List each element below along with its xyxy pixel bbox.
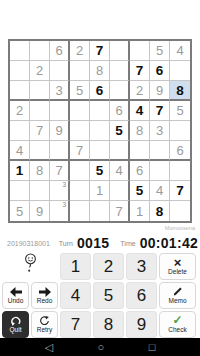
memo-pencil-icon — [172, 286, 183, 297]
cell-r4c2[interactable] — [30, 101, 50, 121]
cell-r2c4[interactable] — [70, 61, 90, 81]
quit-label: Quit — [10, 327, 22, 334]
cell-r3c8[interactable]: 9 — [150, 81, 170, 101]
cell-r1c8[interactable]: 5 — [150, 41, 170, 61]
cell-r7c7[interactable]: 6 — [130, 161, 150, 181]
cell-r5c1[interactable] — [10, 121, 30, 141]
cell-r8c1[interactable] — [10, 181, 30, 201]
quit-return-arrow-icon — [10, 316, 21, 326]
time-label: Time — [120, 240, 135, 247]
cell-r5c4[interactable] — [70, 121, 90, 141]
cell-r5c7[interactable]: 8 — [130, 121, 150, 141]
cell-r2c1[interactable] — [10, 61, 30, 81]
retry-button[interactable]: Retry — [31, 311, 58, 338]
cell-r8c5[interactable]: 1 — [90, 181, 110, 201]
time-value: 00:01:42 — [140, 235, 198, 251]
cell-r9c9[interactable] — [170, 201, 190, 221]
cell-r3c1[interactable] — [10, 81, 30, 101]
turn-value: 0015 — [77, 235, 109, 251]
undo-label: Undo — [8, 298, 24, 305]
cell-r9c1[interactable]: 5 — [10, 201, 30, 221]
cell-r7c5[interactable]: 5 — [90, 161, 110, 181]
cell-r6c5[interactable] — [90, 141, 110, 161]
cell-r8c2[interactable] — [30, 181, 50, 201]
cell-r2c3[interactable] — [50, 61, 70, 81]
digit-2-button[interactable]: 2 — [93, 253, 124, 280]
retry-refresh-icon — [39, 316, 50, 326]
cell-r1c5[interactable]: 7 — [90, 41, 110, 61]
cell-r4c8[interactable]: 7 — [150, 101, 170, 121]
watermark-text: Momoosena — [165, 225, 195, 231]
cell-r7c1[interactable]: 1 — [10, 161, 30, 181]
redo-button[interactable]: Redo — [31, 282, 58, 309]
hint-button[interactable] — [2, 253, 58, 280]
cell-r2c6[interactable] — [110, 61, 130, 81]
cell-r7c6[interactable]: 4 — [110, 161, 130, 181]
digit-1-button[interactable]: 1 — [60, 253, 91, 280]
delete-x-icon: × — [174, 257, 182, 268]
cell-r5c8[interactable]: 3 — [150, 121, 170, 141]
sudoku-app-screen: 6275428763562982647579583476187546315475… — [0, 0, 200, 356]
cell-r5c3[interactable]: 9 — [50, 121, 70, 141]
cell-r7c2[interactable]: 8 — [30, 161, 50, 181]
cell-r8c7[interactable]: 5 — [130, 181, 150, 201]
cell-r9c8[interactable]: 8 — [150, 201, 170, 221]
memo-button[interactable]: Memo — [159, 282, 196, 309]
quit-button[interactable]: Quit — [2, 311, 29, 338]
cell-r6c3[interactable] — [50, 141, 70, 161]
puzzle-id: 20190318001 — [7, 240, 50, 247]
digit-4-button[interactable]: 4 — [60, 282, 91, 309]
cell-r5c2[interactable]: 7 — [30, 121, 50, 141]
cell-r4c3[interactable] — [50, 101, 70, 121]
cell-r9c3[interactable]: 3 — [50, 201, 70, 221]
cell-r9c2[interactable]: 9 — [30, 201, 50, 221]
cell-r9c5[interactable] — [90, 201, 110, 221]
cell-r8c8[interactable]: 4 — [150, 181, 170, 201]
cell-r5c5[interactable] — [90, 121, 110, 141]
turn-label: Turn — [59, 240, 73, 247]
cell-r3c6[interactable] — [110, 81, 130, 101]
memo-label: Memo — [168, 298, 186, 305]
cell-r6c2[interactable] — [30, 141, 50, 161]
cell-r1c4[interactable]: 2 — [70, 41, 90, 61]
retry-label: Retry — [37, 327, 53, 334]
cell-r8c9[interactable]: 7 — [170, 181, 190, 201]
cell-r8c3[interactable]: 3 — [50, 181, 70, 201]
cell-r7c3[interactable]: 7 — [50, 161, 70, 181]
cell-r4c5[interactable] — [90, 101, 110, 121]
undo-arrow-icon — [10, 287, 22, 297]
cell-r7c4[interactable] — [70, 161, 90, 181]
cell-r2c9[interactable] — [170, 61, 190, 81]
status-row: 20190318001 Turn 0015 Time 00:01:42 — [4, 234, 198, 252]
sudoku-board: 6275428763562982647579583476187546315475… — [8, 39, 192, 223]
digit-3-button[interactable]: 3 — [126, 253, 157, 280]
cell-r5c9[interactable] — [170, 121, 190, 141]
cell-r4c9[interactable]: 5 — [170, 101, 190, 121]
cell-r3c9[interactable]: 8 — [170, 81, 190, 101]
cell-r6c6[interactable] — [110, 141, 130, 161]
cell-r9c7[interactable]: 1 — [130, 201, 150, 221]
cell-r3c2[interactable] — [30, 81, 50, 101]
cell-r5c6[interactable]: 5 — [110, 121, 130, 141]
keypad: 1 2 3 × Delete Undo Redo 4 5 6 Memo — [2, 253, 196, 338]
cell-r6c7[interactable] — [130, 141, 150, 161]
cell-r4c1[interactable]: 2 — [10, 101, 30, 121]
cell-r4c7[interactable]: 4 — [130, 101, 150, 121]
cell-r4c4[interactable] — [70, 101, 90, 121]
cell-r3c7[interactable]: 2 — [130, 81, 150, 101]
cell-r2c7[interactable]: 7 — [130, 61, 150, 81]
nav-home-icon[interactable]: ○ — [98, 338, 105, 356]
cell-r1c3[interactable]: 6 — [50, 41, 70, 61]
cell-r1c2[interactable] — [30, 41, 50, 61]
memo-digit: 3 — [62, 181, 66, 189]
digit-5-button[interactable]: 5 — [93, 282, 124, 309]
redo-arrow-icon — [39, 287, 51, 297]
android-nav-bar: ◁ ○ □ — [0, 338, 200, 356]
cell-r7c8[interactable] — [150, 161, 170, 181]
cell-r2c8[interactable]: 6 — [150, 61, 170, 81]
cell-r8c4[interactable] — [70, 181, 90, 201]
cell-r1c7[interactable] — [130, 41, 150, 61]
digit-8-button[interactable]: 8 — [93, 311, 124, 338]
digit-7-button[interactable]: 7 — [60, 311, 91, 338]
memo-digit: 3 — [62, 201, 66, 209]
cell-r7c9[interactable] — [170, 161, 190, 181]
delete-button[interactable]: × Delete — [159, 253, 196, 280]
hint-face-question-icon — [23, 253, 38, 274]
check-mark-icon: ✓ — [172, 315, 182, 326]
cell-r6c9[interactable]: 6 — [170, 141, 190, 161]
cell-r6c4[interactable]: 7 — [70, 141, 90, 161]
cell-r3c4[interactable]: 5 — [70, 81, 90, 101]
cell-r4c6[interactable]: 6 — [110, 101, 130, 121]
digit-6-button[interactable]: 6 — [126, 282, 157, 309]
cell-r9c4[interactable] — [70, 201, 90, 221]
nav-recents-icon[interactable]: □ — [149, 338, 156, 356]
cell-r1c1[interactable] — [10, 41, 30, 61]
cell-r3c3[interactable]: 3 — [50, 81, 70, 101]
digit-9-button[interactable]: 9 — [126, 311, 157, 338]
undo-button[interactable]: Undo — [2, 282, 29, 309]
cell-r2c2[interactable]: 2 — [30, 61, 50, 81]
check-button[interactable]: ✓ Check — [159, 311, 196, 338]
nav-back-icon[interactable]: ◁ — [45, 338, 53, 356]
cell-r1c9[interactable]: 4 — [170, 41, 190, 61]
cell-r1c6[interactable] — [110, 41, 130, 61]
cell-r6c8[interactable] — [150, 141, 170, 161]
cell-r2c5[interactable]: 8 — [90, 61, 110, 81]
cell-r6c1[interactable]: 4 — [10, 141, 30, 161]
cell-r9c6[interactable]: 7 — [110, 201, 130, 221]
cell-r3c5[interactable]: 6 — [90, 81, 110, 101]
cell-r8c6[interactable] — [110, 181, 130, 201]
check-label: Check — [168, 327, 186, 334]
delete-label: Delete — [168, 269, 187, 276]
redo-label: Redo — [37, 298, 53, 305]
